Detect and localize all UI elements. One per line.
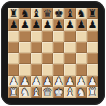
black-queen[interactable]: ♛	[43, 8, 52, 19]
white-rook[interactable]: ♜	[88, 87, 97, 98]
square-b4[interactable]	[19, 53, 30, 64]
square-c6[interactable]	[31, 31, 42, 42]
white-bishop[interactable]: ♝	[65, 87, 74, 98]
white-bishop[interactable]: ♝	[31, 87, 40, 98]
black-rook[interactable]: ♜	[9, 8, 18, 19]
square-g3[interactable]	[76, 64, 87, 75]
black-pawn[interactable]: ♟	[9, 19, 18, 30]
square-b7[interactable]: ♟	[19, 19, 30, 30]
square-b3[interactable]	[19, 64, 30, 75]
square-f4[interactable]	[64, 53, 75, 64]
white-rook[interactable]: ♜	[9, 87, 18, 98]
square-h8[interactable]: ♜	[87, 8, 98, 19]
square-h1[interactable]: ♜	[87, 87, 98, 98]
black-rook[interactable]: ♜	[88, 8, 97, 19]
square-f6[interactable]	[64, 31, 75, 42]
square-a6[interactable]	[8, 31, 19, 42]
white-pawn[interactable]: ♟	[43, 76, 52, 87]
square-e3[interactable]	[53, 64, 64, 75]
black-bishop[interactable]: ♝	[31, 8, 40, 19]
square-a2[interactable]: ♟	[8, 76, 19, 87]
square-b8[interactable]: ♞	[19, 8, 30, 19]
square-g1[interactable]: ♞	[76, 87, 87, 98]
black-king[interactable]: ♚	[54, 8, 63, 19]
square-d7[interactable]: ♟	[42, 19, 53, 30]
square-f7[interactable]: ♟	[64, 19, 75, 30]
square-a8[interactable]: ♜	[8, 8, 19, 19]
square-h7[interactable]: ♟	[87, 19, 98, 30]
black-pawn[interactable]: ♟	[76, 19, 85, 30]
square-d6[interactable]	[42, 31, 53, 42]
square-e5[interactable]	[53, 42, 64, 53]
square-f3[interactable]	[64, 64, 75, 75]
square-e4[interactable]	[53, 53, 64, 64]
square-c4[interactable]	[31, 53, 42, 64]
black-pawn[interactable]: ♟	[43, 19, 52, 30]
square-e8[interactable]: ♚	[53, 8, 64, 19]
square-a7[interactable]: ♟	[8, 19, 19, 30]
square-c3[interactable]	[31, 64, 42, 75]
square-d4[interactable]	[42, 53, 53, 64]
black-knight[interactable]: ♞	[76, 8, 85, 19]
black-pawn[interactable]: ♟	[54, 19, 63, 30]
chess-board: ♜♞♝♛♚♝♞♜♟♟♟♟♟♟♟♟♟♟♟♟♟♟♟♟♜♞♝♛♚♝♞♜	[8, 8, 98, 98]
white-pawn[interactable]: ♟	[31, 76, 40, 87]
square-c8[interactable]: ♝	[31, 8, 42, 19]
square-f1[interactable]: ♝	[64, 87, 75, 98]
square-b5[interactable]	[19, 42, 30, 53]
square-e2[interactable]: ♟	[53, 76, 64, 87]
white-pawn[interactable]: ♟	[88, 76, 97, 87]
square-h4[interactable]	[87, 53, 98, 64]
square-d5[interactable]	[42, 42, 53, 53]
square-d3[interactable]	[42, 64, 53, 75]
white-queen[interactable]: ♛	[43, 87, 52, 98]
black-pawn[interactable]: ♟	[31, 19, 40, 30]
black-pawn[interactable]: ♟	[88, 19, 97, 30]
white-pawn[interactable]: ♟	[54, 76, 63, 87]
square-e1[interactable]: ♚	[53, 87, 64, 98]
square-a4[interactable]	[8, 53, 19, 64]
white-king[interactable]: ♚	[54, 87, 63, 98]
square-g5[interactable]	[76, 42, 87, 53]
black-pawn[interactable]: ♟	[65, 19, 74, 30]
square-b6[interactable]	[19, 31, 30, 42]
white-pawn[interactable]: ♟	[65, 76, 74, 87]
square-g7[interactable]: ♟	[76, 19, 87, 30]
square-h3[interactable]	[87, 64, 98, 75]
square-c1[interactable]: ♝	[31, 87, 42, 98]
square-f8[interactable]: ♝	[64, 8, 75, 19]
square-b2[interactable]: ♟	[19, 76, 30, 87]
square-e6[interactable]	[53, 31, 64, 42]
black-pawn[interactable]: ♟	[20, 19, 29, 30]
black-knight[interactable]: ♞	[20, 8, 29, 19]
white-pawn[interactable]: ♟	[76, 76, 85, 87]
square-a5[interactable]	[8, 42, 19, 53]
square-g2[interactable]: ♟	[76, 76, 87, 87]
square-h2[interactable]: ♟	[87, 76, 98, 87]
square-e7[interactable]: ♟	[53, 19, 64, 30]
square-c7[interactable]: ♟	[31, 19, 42, 30]
square-d1[interactable]: ♛	[42, 87, 53, 98]
square-f2[interactable]: ♟	[64, 76, 75, 87]
square-a3[interactable]	[8, 64, 19, 75]
white-pawn[interactable]: ♟	[20, 76, 29, 87]
square-h5[interactable]	[87, 42, 98, 53]
square-g8[interactable]: ♞	[76, 8, 87, 19]
square-g6[interactable]	[76, 31, 87, 42]
square-c2[interactable]: ♟	[31, 76, 42, 87]
square-b1[interactable]: ♞	[19, 87, 30, 98]
square-d2[interactable]: ♟	[42, 76, 53, 87]
square-h6[interactable]	[87, 31, 98, 42]
square-g4[interactable]	[76, 53, 87, 64]
square-f5[interactable]	[64, 42, 75, 53]
white-knight[interactable]: ♞	[76, 87, 85, 98]
square-d8[interactable]: ♛	[42, 8, 53, 19]
white-knight[interactable]: ♞	[20, 87, 29, 98]
white-pawn[interactable]: ♟	[9, 76, 18, 87]
square-a1[interactable]: ♜	[8, 87, 19, 98]
black-bishop[interactable]: ♝	[65, 8, 74, 19]
square-c5[interactable]	[31, 42, 42, 53]
